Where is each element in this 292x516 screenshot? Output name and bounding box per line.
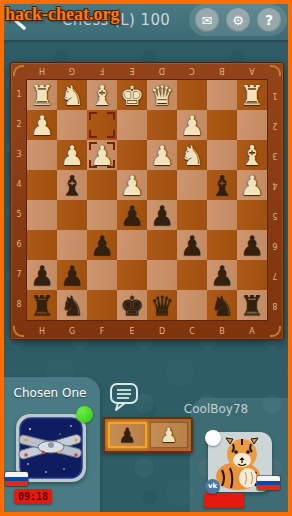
square-e1[interactable]: ♚ bbox=[117, 80, 147, 110]
file-label: A bbox=[237, 66, 267, 75]
square-h3[interactable] bbox=[27, 140, 57, 170]
square-c2[interactable]: ♟ bbox=[177, 110, 207, 140]
square-e2[interactable] bbox=[117, 110, 147, 140]
white-knight: ♞ bbox=[60, 82, 84, 109]
white-pawn-icon: ♟ bbox=[160, 425, 178, 445]
vk-network-badge: vk bbox=[205, 479, 220, 494]
files-bottom: HGFEDCBA bbox=[27, 327, 267, 336]
tray-cell-white-pawn[interactable]: ♟ bbox=[150, 422, 189, 448]
rank-label: 2 bbox=[267, 110, 283, 140]
rank-label: 7 bbox=[267, 260, 283, 290]
back-button[interactable] bbox=[10, 10, 30, 30]
square-h8[interactable]: ♜ bbox=[27, 290, 57, 320]
square-g3[interactable]: ♟ bbox=[57, 140, 87, 170]
file-label: E bbox=[117, 66, 147, 75]
square-g7[interactable]: ♟ bbox=[57, 260, 87, 290]
top-bar: Chess (L) 100 ✉ ⚙ ? bbox=[0, 0, 292, 40]
square-c1[interactable] bbox=[177, 80, 207, 110]
square-h5[interactable] bbox=[27, 200, 57, 230]
square-c3[interactable]: ♞ bbox=[177, 140, 207, 170]
ranks-left: 12345678 bbox=[11, 80, 27, 320]
white-pawn: ♟ bbox=[240, 172, 264, 199]
square-b3[interactable] bbox=[207, 140, 237, 170]
speech-bubble-icon bbox=[108, 381, 140, 413]
board-squares: ♜♞♝♚♛♜♟♟♟♟♟♞♝♝♟♝♟♟♟♟♟♟♟♟♟♜♞♚♛♞♜ bbox=[27, 80, 267, 320]
help-button[interactable]: ? bbox=[257, 8, 281, 32]
square-b5[interactable] bbox=[207, 200, 237, 230]
white-pawn: ♟ bbox=[150, 142, 174, 169]
rank-label: 7 bbox=[11, 260, 27, 290]
rank-label: 8 bbox=[11, 290, 27, 320]
square-d1[interactable]: ♛ bbox=[147, 80, 177, 110]
square-c6[interactable]: ♟ bbox=[177, 230, 207, 260]
square-f4[interactable] bbox=[87, 170, 117, 200]
black-pawn: ♟ bbox=[90, 232, 114, 259]
square-g2[interactable] bbox=[57, 110, 87, 140]
black-rook: ♜ bbox=[240, 292, 264, 319]
square-d2[interactable] bbox=[147, 110, 177, 140]
square-d5[interactable]: ♟ bbox=[147, 200, 177, 230]
tray-cell-black-pawn[interactable]: ♟ bbox=[108, 422, 147, 448]
envelope-icon: ✉ bbox=[202, 14, 213, 27]
file-label: H bbox=[27, 66, 57, 75]
white-rook: ♜ bbox=[30, 82, 54, 109]
square-b6[interactable] bbox=[207, 230, 237, 260]
file-label: G bbox=[57, 327, 87, 336]
square-b4[interactable]: ♝ bbox=[207, 170, 237, 200]
rank-label: 2 bbox=[11, 110, 27, 140]
square-a1[interactable]: ♜ bbox=[237, 80, 267, 110]
white-king: ♚ bbox=[120, 82, 144, 109]
russia-flag-icon bbox=[257, 476, 280, 490]
white-pawn: ♟ bbox=[30, 112, 54, 139]
rank-label: 4 bbox=[267, 170, 283, 200]
white-knight: ♞ bbox=[180, 142, 204, 169]
square-e7[interactable] bbox=[117, 260, 147, 290]
black-pawn: ♟ bbox=[30, 262, 54, 289]
square-a6[interactable]: ♟ bbox=[237, 230, 267, 260]
square-b1[interactable] bbox=[207, 80, 237, 110]
black-queen: ♛ bbox=[150, 292, 174, 319]
gear-icon: ⚙ bbox=[232, 14, 244, 27]
square-a8[interactable]: ♜ bbox=[237, 290, 267, 320]
black-pawn: ♟ bbox=[240, 232, 264, 259]
white-pawn: ♟ bbox=[180, 112, 204, 139]
square-a3[interactable]: ♝ bbox=[237, 140, 267, 170]
file-label: D bbox=[147, 327, 177, 336]
rank-label: 4 bbox=[11, 170, 27, 200]
square-h2[interactable]: ♟ bbox=[27, 110, 57, 140]
captured-tray: ♟♟ bbox=[103, 417, 193, 453]
square-a4[interactable]: ♟ bbox=[237, 170, 267, 200]
white-pawn: ♟ bbox=[120, 172, 144, 199]
mail-button[interactable]: ✉ bbox=[195, 8, 219, 32]
app-title: Chess (L) 100 bbox=[62, 11, 170, 29]
chat-button[interactable] bbox=[108, 381, 140, 413]
square-h7[interactable]: ♟ bbox=[27, 260, 57, 290]
file-label: C bbox=[177, 327, 207, 336]
square-d3[interactable]: ♟ bbox=[147, 140, 177, 170]
square-a7[interactable] bbox=[237, 260, 267, 290]
russia-flag-icon bbox=[5, 472, 28, 486]
frame-ornament-icon bbox=[270, 326, 281, 337]
black-rook: ♜ bbox=[30, 292, 54, 319]
square-e6[interactable] bbox=[117, 230, 147, 260]
file-label: A bbox=[237, 327, 267, 336]
player-right-timer bbox=[204, 493, 244, 508]
black-king: ♚ bbox=[120, 292, 144, 319]
player-left-timer: 09:18 bbox=[14, 489, 52, 504]
black-pawn: ♟ bbox=[120, 202, 144, 229]
square-e4[interactable]: ♟ bbox=[117, 170, 147, 200]
file-label: C bbox=[177, 66, 207, 75]
square-e5[interactable]: ♟ bbox=[117, 200, 147, 230]
rank-label: 3 bbox=[267, 140, 283, 170]
rank-label: 6 bbox=[267, 230, 283, 260]
rank-label: 5 bbox=[11, 200, 27, 230]
question-icon: ? bbox=[265, 13, 273, 27]
header-button-group: ✉ ⚙ ? bbox=[189, 4, 287, 36]
square-b2[interactable] bbox=[207, 110, 237, 140]
square-f2[interactable] bbox=[87, 110, 117, 140]
square-g6[interactable] bbox=[57, 230, 87, 260]
white-pawn: ♟ bbox=[90, 142, 114, 169]
square-d7[interactable] bbox=[147, 260, 177, 290]
black-bishop: ♝ bbox=[210, 172, 234, 199]
file-label: D bbox=[147, 66, 177, 75]
settings-button[interactable]: ⚙ bbox=[226, 8, 250, 32]
rank-label: 3 bbox=[11, 140, 27, 170]
frame-ornament-icon bbox=[270, 65, 281, 76]
black-pawn-icon: ♟ bbox=[118, 425, 136, 445]
square-a5[interactable] bbox=[237, 200, 267, 230]
last-move-marker bbox=[89, 112, 115, 138]
file-label: B bbox=[207, 66, 237, 75]
black-knight: ♞ bbox=[60, 292, 84, 319]
square-e8[interactable]: ♚ bbox=[117, 290, 147, 320]
square-f1[interactable]: ♝ bbox=[87, 80, 117, 110]
online-status-dot bbox=[76, 406, 93, 423]
square-c5[interactable] bbox=[177, 200, 207, 230]
square-f7[interactable] bbox=[87, 260, 117, 290]
white-rook: ♜ bbox=[240, 82, 264, 109]
files-top: HGFEDCBA bbox=[27, 66, 267, 75]
square-h4[interactable] bbox=[27, 170, 57, 200]
file-label: F bbox=[87, 66, 117, 75]
offline-status-dot bbox=[205, 430, 221, 446]
square-c4[interactable] bbox=[177, 170, 207, 200]
square-g4[interactable]: ♝ bbox=[57, 170, 87, 200]
square-d4[interactable] bbox=[147, 170, 177, 200]
square-d6[interactable] bbox=[147, 230, 177, 260]
rank-label: 6 bbox=[11, 230, 27, 260]
square-e3[interactable] bbox=[117, 140, 147, 170]
file-label: B bbox=[207, 327, 237, 336]
file-label: G bbox=[57, 66, 87, 75]
ranks-right: 12345678 bbox=[267, 80, 283, 320]
file-label: H bbox=[27, 327, 57, 336]
square-f8[interactable] bbox=[87, 290, 117, 320]
black-pawn: ♟ bbox=[180, 232, 204, 259]
player-left-name: Chosen One bbox=[0, 386, 100, 400]
square-f3[interactable]: ♟ bbox=[87, 140, 117, 170]
square-a2[interactable] bbox=[237, 110, 267, 140]
white-bishop: ♝ bbox=[240, 142, 264, 169]
black-pawn: ♟ bbox=[210, 262, 234, 289]
rank-label: 1 bbox=[11, 80, 27, 110]
square-b8[interactable]: ♞ bbox=[207, 290, 237, 320]
square-f5[interactable] bbox=[87, 200, 117, 230]
square-c7[interactable] bbox=[177, 260, 207, 290]
white-bishop: ♝ bbox=[90, 82, 114, 109]
black-pawn: ♟ bbox=[60, 262, 84, 289]
square-g5[interactable] bbox=[57, 200, 87, 230]
frame-ornament-icon bbox=[13, 65, 24, 76]
black-knight: ♞ bbox=[210, 292, 234, 319]
square-c8[interactable] bbox=[177, 290, 207, 320]
file-label: F bbox=[87, 327, 117, 336]
back-arrow-icon bbox=[10, 10, 30, 30]
square-h1[interactable]: ♜ bbox=[27, 80, 57, 110]
frame-ornament-icon bbox=[13, 326, 24, 337]
rank-label: 5 bbox=[267, 200, 283, 230]
square-d8[interactable]: ♛ bbox=[147, 290, 177, 320]
black-pawn: ♟ bbox=[150, 202, 174, 229]
file-label: E bbox=[117, 327, 147, 336]
square-b7[interactable]: ♟ bbox=[207, 260, 237, 290]
square-h6[interactable] bbox=[27, 230, 57, 260]
chess-board: HGFEDCBA HGFEDCBA 12345678 12345678 ♜♞♝♚… bbox=[10, 62, 284, 340]
white-pawn: ♟ bbox=[60, 142, 84, 169]
player-right-name: CoolBoy78 bbox=[166, 402, 266, 416]
rank-label: 1 bbox=[267, 80, 283, 110]
rank-label: 8 bbox=[267, 290, 283, 320]
black-bishop: ♝ bbox=[60, 172, 84, 199]
square-f6[interactable]: ♟ bbox=[87, 230, 117, 260]
square-g1[interactable]: ♞ bbox=[57, 80, 87, 110]
white-queen: ♛ bbox=[150, 82, 174, 109]
square-g8[interactable]: ♞ bbox=[57, 290, 87, 320]
